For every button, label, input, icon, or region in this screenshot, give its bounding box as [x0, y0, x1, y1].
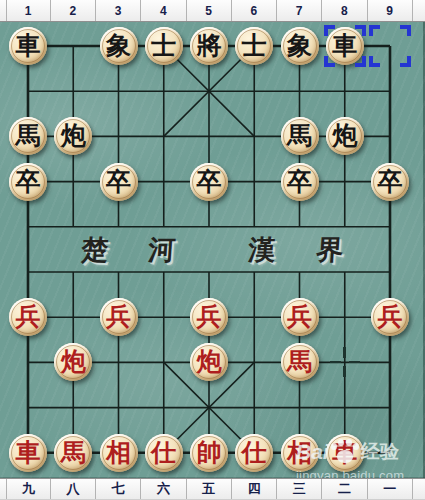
piece-black-chariot[interactable]: 車 — [326, 27, 364, 65]
piece-black-soldier[interactable]: 卒 — [100, 163, 138, 201]
piece-glyph: 炮 — [332, 117, 357, 155]
coord-label: 八 — [51, 479, 96, 499]
coord-label: 四 — [232, 479, 277, 499]
piece-black-cannon[interactable]: 炮 — [326, 117, 364, 155]
piece-red-soldier[interactable]: 兵 — [371, 298, 409, 336]
piece-glyph: 將 — [197, 27, 222, 65]
piece-glyph: 卒 — [197, 163, 222, 201]
piece-black-advisor[interactable]: 士 — [145, 27, 183, 65]
coord-label: 九 — [6, 479, 51, 499]
piece-glyph: 車 — [332, 434, 357, 472]
piece-glyph: 卒 — [16, 163, 41, 201]
piece-glyph: 仕 — [242, 434, 267, 472]
piece-red-soldier[interactable]: 兵 — [281, 298, 319, 336]
piece-red-elephant[interactable]: 相 — [281, 434, 319, 472]
piece-black-soldier[interactable]: 卒 — [281, 163, 319, 201]
piece-glyph: 兵 — [16, 298, 41, 336]
piece-glyph: 炮 — [61, 343, 86, 381]
coord-label: 六 — [141, 479, 186, 499]
piece-glyph: 車 — [16, 434, 41, 472]
xiangqi-board[interactable]: 楚河漢界 車象士將士象車馬炮馬炮卒卒卒卒卒兵兵兵兵兵炮炮馬車馬相仕帥仕相車 Ba… — [0, 22, 425, 478]
coord-label: 七 — [96, 479, 141, 499]
piece-black-general[interactable]: 將 — [190, 27, 228, 65]
xiangqi-app-window: 123456789 楚河漢界 車象士將士象車馬炮馬炮卒卒卒卒卒兵兵兵兵兵炮炮馬車… — [0, 0, 425, 500]
piece-red-chariot[interactable]: 車 — [9, 434, 47, 472]
piece-glyph: 象 — [287, 27, 312, 65]
piece-glyph: 相 — [106, 434, 131, 472]
coord-label: 1 — [6, 0, 51, 21]
piece-black-soldier[interactable]: 卒 — [9, 163, 47, 201]
piece-glyph: 馬 — [287, 117, 312, 155]
piece-black-soldier[interactable]: 卒 — [371, 163, 409, 201]
piece-black-elephant[interactable]: 象 — [281, 27, 319, 65]
piece-red-advisor[interactable]: 仕 — [145, 434, 183, 472]
piece-black-horse[interactable]: 馬 — [281, 117, 319, 155]
piece-black-advisor[interactable]: 士 — [235, 27, 273, 65]
coord-label: 6 — [232, 0, 277, 21]
piece-glyph: 卒 — [378, 163, 403, 201]
piece-red-chariot[interactable]: 車 — [326, 434, 364, 472]
piece-glyph: 馬 — [61, 434, 86, 472]
piece-black-elephant[interactable]: 象 — [100, 27, 138, 65]
piece-glyph: 兵 — [106, 298, 131, 336]
piece-red-soldier[interactable]: 兵 — [9, 298, 47, 336]
piece-glyph: 兵 — [287, 298, 312, 336]
piece-glyph: 車 — [332, 27, 357, 65]
coord-label: 8 — [322, 0, 367, 21]
piece-red-horse[interactable]: 馬 — [54, 434, 92, 472]
coord-label: 9 — [368, 0, 413, 21]
piece-glyph: 兵 — [197, 298, 222, 336]
piece-red-soldier[interactable]: 兵 — [100, 298, 138, 336]
coord-label: 7 — [277, 0, 322, 21]
piece-glyph: 士 — [151, 27, 176, 65]
file-labels-top: 123456789 — [0, 0, 425, 22]
piece-glyph: 兵 — [378, 298, 403, 336]
piece-glyph: 帥 — [197, 434, 222, 472]
piece-glyph: 相 — [287, 434, 312, 472]
coord-label: 三 — [277, 479, 322, 499]
piece-red-general[interactable]: 帥 — [190, 434, 228, 472]
piece-glyph: 象 — [106, 27, 131, 65]
piece-red-horse[interactable]: 馬 — [281, 343, 319, 381]
coord-label: 5 — [187, 0, 232, 21]
file-labels-bottom: 九八七六五四三二一 — [0, 478, 425, 500]
coord-label: 五 — [187, 479, 232, 499]
coord-label: 4 — [141, 0, 186, 21]
piece-red-elephant[interactable]: 相 — [100, 434, 138, 472]
coord-label: 2 — [51, 0, 96, 21]
coord-label: 二 — [322, 479, 367, 499]
piece-glyph: 炮 — [197, 343, 222, 381]
piece-glyph: 卒 — [106, 163, 131, 201]
piece-glyph: 馬 — [287, 343, 312, 381]
piece-glyph: 炮 — [61, 117, 86, 155]
coord-label: 3 — [96, 0, 141, 21]
coord-label: 一 — [368, 479, 413, 499]
piece-black-soldier[interactable]: 卒 — [190, 163, 228, 201]
piece-glyph: 車 — [16, 27, 41, 65]
piece-red-soldier[interactable]: 兵 — [190, 298, 228, 336]
piece-glyph: 仕 — [151, 434, 176, 472]
board-grid — [0, 22, 425, 478]
piece-red-advisor[interactable]: 仕 — [235, 434, 273, 472]
piece-glyph: 士 — [242, 27, 267, 65]
piece-black-chariot[interactable]: 車 — [9, 27, 47, 65]
piece-glyph: 卒 — [287, 163, 312, 201]
piece-glyph: 馬 — [16, 117, 41, 155]
